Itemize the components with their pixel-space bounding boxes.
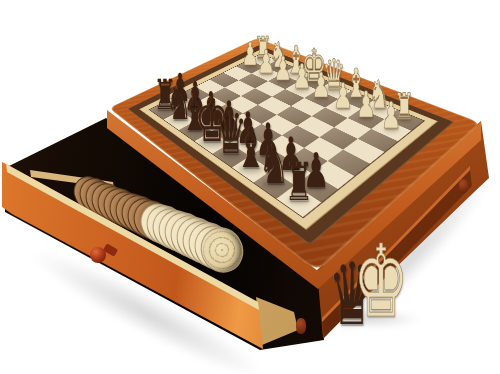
piece-white-pawn-f2[interactable]: ♟: [274, 53, 292, 86]
box-foot: [296, 318, 306, 334]
box-foot: [459, 179, 468, 193]
product-photo-scene: ♜♞♝♛♚♝♞♜♟♟♟♟♟♟♟♟♟♟♟♟♟♟♟♟♜♞♝♛♚♝♞♜ ♛♚: [0, 0, 500, 374]
piece-white-pawn-c2[interactable]: ♟: [333, 78, 353, 113]
piece-white-pawn-b2[interactable]: ♟: [356, 87, 376, 123]
display-piece-light-king[interactable]: ♚: [353, 232, 409, 332]
piece-white-pawn-a2[interactable]: ♟: [381, 98, 402, 135]
piece-white-pawn-e2[interactable]: ♟: [292, 60, 311, 94]
drawer-knob[interactable]: [90, 247, 106, 263]
piece-black-rook-a8[interactable]: ♜: [284, 156, 313, 208]
piece-white-pawn-g2[interactable]: ♟: [257, 46, 275, 79]
piece-white-pawn-d2[interactable]: ♟: [312, 69, 331, 104]
